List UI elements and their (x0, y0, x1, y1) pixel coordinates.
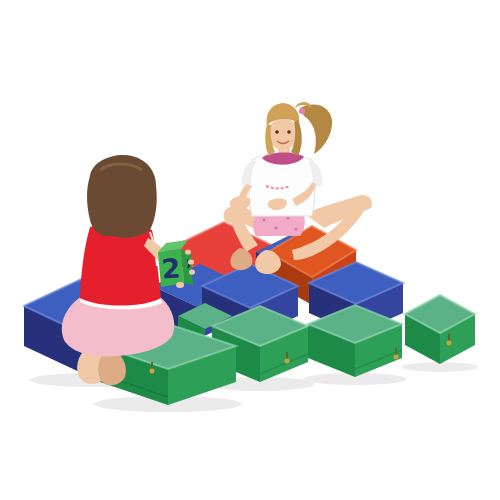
fingertip (189, 269, 195, 274)
zipper-tag (150, 369, 155, 374)
hair-tie (299, 108, 305, 114)
fingertip (188, 259, 194, 264)
product-photo-scene: 2 (0, 0, 500, 500)
hair (87, 155, 157, 238)
fingertip (185, 249, 191, 254)
block-green-far-right (405, 295, 475, 364)
shorts-dot (286, 216, 289, 219)
left-eye (275, 130, 279, 134)
shorts-dot (262, 218, 265, 221)
thumb (176, 282, 184, 288)
shorts-dot (274, 226, 277, 229)
die-number: 2 (160, 252, 181, 284)
right-eye (287, 130, 291, 134)
zipper-tag (394, 355, 399, 360)
zipper-tag (285, 359, 290, 364)
zipper-tag (447, 341, 452, 346)
shorts-dot (294, 227, 297, 230)
left-hand (230, 196, 251, 210)
foam-blocks-illustration: 2 (0, 0, 500, 500)
